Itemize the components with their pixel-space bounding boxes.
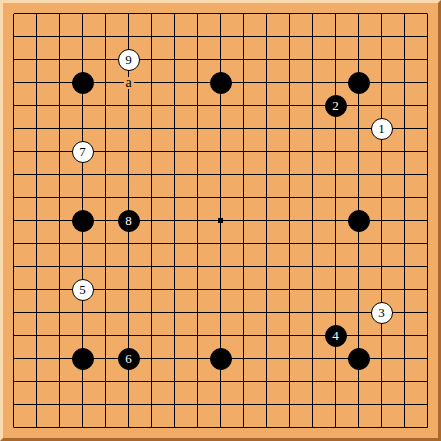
intersection-O4[interactable] (301, 347, 324, 370)
intersection-D5[interactable] (71, 324, 94, 347)
intersection-K8[interactable] (209, 255, 232, 278)
intersection-H19[interactable] (163, 2, 186, 25)
intersection-Q9[interactable] (347, 232, 370, 255)
intersection-Q16[interactable] (347, 71, 370, 94)
intersection-T2[interactable] (416, 393, 439, 416)
intersection-K11[interactable] (209, 186, 232, 209)
intersection-Q19[interactable] (347, 2, 370, 25)
intersection-L3[interactable] (232, 370, 255, 393)
intersection-O9[interactable] (301, 232, 324, 255)
intersection-L14[interactable] (232, 117, 255, 140)
intersection-G7[interactable] (140, 278, 163, 301)
intersection-G18[interactable] (140, 25, 163, 48)
intersection-E11[interactable] (94, 186, 117, 209)
intersection-F16[interactable]: a (117, 71, 140, 94)
intersection-M3[interactable] (255, 370, 278, 393)
intersection-J3[interactable] (186, 370, 209, 393)
intersection-Q14[interactable] (347, 117, 370, 140)
intersection-D4[interactable] (71, 347, 94, 370)
intersection-N17[interactable] (278, 48, 301, 71)
intersection-D18[interactable] (71, 25, 94, 48)
intersection-F14[interactable] (117, 117, 140, 140)
intersection-P17[interactable] (324, 48, 347, 71)
intersection-E5[interactable] (94, 324, 117, 347)
intersection-P16[interactable] (324, 71, 347, 94)
intersection-A4[interactable] (2, 347, 25, 370)
intersection-O11[interactable] (301, 186, 324, 209)
intersection-D16[interactable] (71, 71, 94, 94)
intersection-A17[interactable] (2, 48, 25, 71)
intersection-C3[interactable] (48, 370, 71, 393)
intersection-G8[interactable] (140, 255, 163, 278)
intersection-E14[interactable] (94, 117, 117, 140)
intersection-B9[interactable] (25, 232, 48, 255)
intersection-D1[interactable] (71, 416, 94, 439)
intersection-T1[interactable] (416, 416, 439, 439)
intersection-K1[interactable] (209, 416, 232, 439)
intersection-O3[interactable] (301, 370, 324, 393)
intersection-A3[interactable] (2, 370, 25, 393)
intersection-L4[interactable] (232, 347, 255, 370)
intersection-M10[interactable] (255, 209, 278, 232)
intersection-Q10[interactable] (347, 209, 370, 232)
intersection-O15[interactable] (301, 94, 324, 117)
intersection-A15[interactable] (2, 94, 25, 117)
intersection-R18[interactable] (370, 25, 393, 48)
intersection-P19[interactable] (324, 2, 347, 25)
intersection-S7[interactable] (393, 278, 416, 301)
intersection-O1[interactable] (301, 416, 324, 439)
intersection-N5[interactable] (278, 324, 301, 347)
intersection-C11[interactable] (48, 186, 71, 209)
intersection-M13[interactable] (255, 140, 278, 163)
intersection-P10[interactable] (324, 209, 347, 232)
intersection-F3[interactable] (117, 370, 140, 393)
intersection-E12[interactable] (94, 163, 117, 186)
intersection-M14[interactable] (255, 117, 278, 140)
intersection-C18[interactable] (48, 25, 71, 48)
intersection-A19[interactable] (2, 2, 25, 25)
intersection-G5[interactable] (140, 324, 163, 347)
intersection-P12[interactable] (324, 163, 347, 186)
intersection-C2[interactable] (48, 393, 71, 416)
intersection-R9[interactable] (370, 232, 393, 255)
intersection-R11[interactable] (370, 186, 393, 209)
intersection-G15[interactable] (140, 94, 163, 117)
intersection-H13[interactable] (163, 140, 186, 163)
intersection-L8[interactable] (232, 255, 255, 278)
intersection-C12[interactable] (48, 163, 71, 186)
intersection-G10[interactable] (140, 209, 163, 232)
intersection-P2[interactable] (324, 393, 347, 416)
intersection-C10[interactable] (48, 209, 71, 232)
intersection-F7[interactable] (117, 278, 140, 301)
intersection-H6[interactable] (163, 301, 186, 324)
intersection-M12[interactable] (255, 163, 278, 186)
intersection-P13[interactable] (324, 140, 347, 163)
intersection-L13[interactable] (232, 140, 255, 163)
intersection-T4[interactable] (416, 347, 439, 370)
intersection-D9[interactable] (71, 232, 94, 255)
intersection-K2[interactable] (209, 393, 232, 416)
intersection-F1[interactable] (117, 416, 140, 439)
intersection-R5[interactable] (370, 324, 393, 347)
intersection-G6[interactable] (140, 301, 163, 324)
intersection-Q6[interactable] (347, 301, 370, 324)
intersection-J16[interactable] (186, 71, 209, 94)
intersection-F18[interactable] (117, 25, 140, 48)
intersection-H8[interactable] (163, 255, 186, 278)
intersection-H18[interactable] (163, 25, 186, 48)
intersection-T14[interactable] (416, 117, 439, 140)
intersection-D8[interactable] (71, 255, 94, 278)
intersection-S19[interactable] (393, 2, 416, 25)
intersection-K10[interactable] (209, 209, 232, 232)
intersection-S10[interactable] (393, 209, 416, 232)
intersection-B18[interactable] (25, 25, 48, 48)
intersection-T16[interactable] (416, 71, 439, 94)
intersection-R7[interactable] (370, 278, 393, 301)
intersection-J9[interactable] (186, 232, 209, 255)
intersection-B13[interactable] (25, 140, 48, 163)
intersection-H1[interactable] (163, 416, 186, 439)
intersection-D7[interactable]: 5 (71, 278, 94, 301)
intersection-L1[interactable] (232, 416, 255, 439)
intersection-T8[interactable] (416, 255, 439, 278)
intersection-L12[interactable] (232, 163, 255, 186)
intersection-A1[interactable] (2, 416, 25, 439)
intersection-Q12[interactable] (347, 163, 370, 186)
intersection-S11[interactable] (393, 186, 416, 209)
intersection-H17[interactable] (163, 48, 186, 71)
intersection-E7[interactable] (94, 278, 117, 301)
intersection-R4[interactable] (370, 347, 393, 370)
intersection-E15[interactable] (94, 94, 117, 117)
intersection-P11[interactable] (324, 186, 347, 209)
intersection-J7[interactable] (186, 278, 209, 301)
intersection-M18[interactable] (255, 25, 278, 48)
intersection-F5[interactable] (117, 324, 140, 347)
intersection-S3[interactable] (393, 370, 416, 393)
intersection-N13[interactable] (278, 140, 301, 163)
intersection-D12[interactable] (71, 163, 94, 186)
intersection-H14[interactable] (163, 117, 186, 140)
intersection-N10[interactable] (278, 209, 301, 232)
intersection-O14[interactable] (301, 117, 324, 140)
intersection-C4[interactable] (48, 347, 71, 370)
intersection-P8[interactable] (324, 255, 347, 278)
intersection-K17[interactable] (209, 48, 232, 71)
intersection-E16[interactable] (94, 71, 117, 94)
intersection-J8[interactable] (186, 255, 209, 278)
intersection-T5[interactable] (416, 324, 439, 347)
intersection-P4[interactable] (324, 347, 347, 370)
intersection-B1[interactable] (25, 416, 48, 439)
intersection-M15[interactable] (255, 94, 278, 117)
intersection-R3[interactable] (370, 370, 393, 393)
intersection-N15[interactable] (278, 94, 301, 117)
intersection-O10[interactable] (301, 209, 324, 232)
intersection-G12[interactable] (140, 163, 163, 186)
intersection-A12[interactable] (2, 163, 25, 186)
intersection-A11[interactable] (2, 186, 25, 209)
intersection-H3[interactable] (163, 370, 186, 393)
intersection-E13[interactable] (94, 140, 117, 163)
intersection-G14[interactable] (140, 117, 163, 140)
intersection-E1[interactable] (94, 416, 117, 439)
intersection-G13[interactable] (140, 140, 163, 163)
intersection-J12[interactable] (186, 163, 209, 186)
intersection-R1[interactable] (370, 416, 393, 439)
intersection-F17[interactable]: 9 (117, 48, 140, 71)
intersection-S17[interactable] (393, 48, 416, 71)
intersection-F9[interactable] (117, 232, 140, 255)
intersection-R19[interactable] (370, 2, 393, 25)
intersection-M9[interactable] (255, 232, 278, 255)
intersection-A5[interactable] (2, 324, 25, 347)
intersection-R2[interactable] (370, 393, 393, 416)
intersection-H10[interactable] (163, 209, 186, 232)
intersection-S13[interactable] (393, 140, 416, 163)
intersection-O13[interactable] (301, 140, 324, 163)
intersection-G16[interactable] (140, 71, 163, 94)
intersection-S6[interactable] (393, 301, 416, 324)
intersection-K13[interactable] (209, 140, 232, 163)
intersection-B10[interactable] (25, 209, 48, 232)
intersection-L19[interactable] (232, 2, 255, 25)
intersection-H11[interactable] (163, 186, 186, 209)
intersection-N11[interactable] (278, 186, 301, 209)
intersection-L18[interactable] (232, 25, 255, 48)
intersection-K12[interactable] (209, 163, 232, 186)
intersection-Q4[interactable] (347, 347, 370, 370)
intersection-P6[interactable] (324, 301, 347, 324)
intersection-H5[interactable] (163, 324, 186, 347)
intersection-K9[interactable] (209, 232, 232, 255)
intersection-P9[interactable] (324, 232, 347, 255)
intersection-C14[interactable] (48, 117, 71, 140)
intersection-R6[interactable]: 3 (370, 301, 393, 324)
intersection-E3[interactable] (94, 370, 117, 393)
intersection-R13[interactable] (370, 140, 393, 163)
intersection-J2[interactable] (186, 393, 209, 416)
intersection-T18[interactable] (416, 25, 439, 48)
intersection-L7[interactable] (232, 278, 255, 301)
intersection-N7[interactable] (278, 278, 301, 301)
intersection-E9[interactable] (94, 232, 117, 255)
intersection-G4[interactable] (140, 347, 163, 370)
intersection-O18[interactable] (301, 25, 324, 48)
intersection-G19[interactable] (140, 2, 163, 25)
intersection-S5[interactable] (393, 324, 416, 347)
intersection-Q13[interactable] (347, 140, 370, 163)
intersection-K19[interactable] (209, 2, 232, 25)
intersection-B6[interactable] (25, 301, 48, 324)
intersection-B16[interactable] (25, 71, 48, 94)
intersection-N9[interactable] (278, 232, 301, 255)
intersection-S8[interactable] (393, 255, 416, 278)
intersection-Q18[interactable] (347, 25, 370, 48)
intersection-P14[interactable] (324, 117, 347, 140)
intersection-E19[interactable] (94, 2, 117, 25)
intersection-S1[interactable] (393, 416, 416, 439)
intersection-N12[interactable] (278, 163, 301, 186)
intersection-J10[interactable] (186, 209, 209, 232)
intersection-D17[interactable] (71, 48, 94, 71)
intersection-L16[interactable] (232, 71, 255, 94)
intersection-S18[interactable] (393, 25, 416, 48)
intersection-F11[interactable] (117, 186, 140, 209)
intersection-K5[interactable] (209, 324, 232, 347)
intersection-F12[interactable] (117, 163, 140, 186)
intersection-A2[interactable] (2, 393, 25, 416)
intersection-P15[interactable]: 2 (324, 94, 347, 117)
intersection-B5[interactable] (25, 324, 48, 347)
intersection-A8[interactable] (2, 255, 25, 278)
intersection-F8[interactable] (117, 255, 140, 278)
intersection-M11[interactable] (255, 186, 278, 209)
intersection-A16[interactable] (2, 71, 25, 94)
intersection-Q8[interactable] (347, 255, 370, 278)
intersection-C7[interactable] (48, 278, 71, 301)
intersection-O16[interactable] (301, 71, 324, 94)
intersection-G3[interactable] (140, 370, 163, 393)
intersection-M17[interactable] (255, 48, 278, 71)
intersection-J11[interactable] (186, 186, 209, 209)
intersection-N6[interactable] (278, 301, 301, 324)
intersection-D11[interactable] (71, 186, 94, 209)
intersection-J15[interactable] (186, 94, 209, 117)
intersection-T10[interactable] (416, 209, 439, 232)
intersection-B4[interactable] (25, 347, 48, 370)
intersection-K3[interactable] (209, 370, 232, 393)
intersection-S16[interactable] (393, 71, 416, 94)
intersection-N8[interactable] (278, 255, 301, 278)
intersection-K16[interactable] (209, 71, 232, 94)
intersection-C9[interactable] (48, 232, 71, 255)
intersection-P5[interactable]: 4 (324, 324, 347, 347)
intersection-G11[interactable] (140, 186, 163, 209)
intersection-F6[interactable] (117, 301, 140, 324)
intersection-M7[interactable] (255, 278, 278, 301)
intersection-F10[interactable]: 8 (117, 209, 140, 232)
intersection-E8[interactable] (94, 255, 117, 278)
intersection-B2[interactable] (25, 393, 48, 416)
intersection-L11[interactable] (232, 186, 255, 209)
intersection-M1[interactable] (255, 416, 278, 439)
intersection-R16[interactable] (370, 71, 393, 94)
intersection-J19[interactable] (186, 2, 209, 25)
intersection-F4[interactable]: 6 (117, 347, 140, 370)
intersection-S9[interactable] (393, 232, 416, 255)
intersection-M5[interactable] (255, 324, 278, 347)
intersection-E17[interactable] (94, 48, 117, 71)
intersection-Q3[interactable] (347, 370, 370, 393)
intersection-D10[interactable] (71, 209, 94, 232)
intersection-B17[interactable] (25, 48, 48, 71)
intersection-H15[interactable] (163, 94, 186, 117)
intersection-M6[interactable] (255, 301, 278, 324)
intersection-C6[interactable] (48, 301, 71, 324)
intersection-D19[interactable] (71, 2, 94, 25)
intersection-F15[interactable] (117, 94, 140, 117)
intersection-B7[interactable] (25, 278, 48, 301)
intersection-O17[interactable] (301, 48, 324, 71)
intersection-D6[interactable] (71, 301, 94, 324)
intersection-L17[interactable] (232, 48, 255, 71)
intersection-N4[interactable] (278, 347, 301, 370)
intersection-P18[interactable] (324, 25, 347, 48)
intersection-F2[interactable] (117, 393, 140, 416)
intersection-M4[interactable] (255, 347, 278, 370)
intersection-B11[interactable] (25, 186, 48, 209)
intersection-A9[interactable] (2, 232, 25, 255)
intersection-Q11[interactable] (347, 186, 370, 209)
intersection-T6[interactable] (416, 301, 439, 324)
intersection-C5[interactable] (48, 324, 71, 347)
intersection-G2[interactable] (140, 393, 163, 416)
intersection-A18[interactable] (2, 25, 25, 48)
intersection-K15[interactable] (209, 94, 232, 117)
intersection-Q2[interactable] (347, 393, 370, 416)
intersection-C1[interactable] (48, 416, 71, 439)
intersection-O2[interactable] (301, 393, 324, 416)
intersection-G1[interactable] (140, 416, 163, 439)
intersection-K14[interactable] (209, 117, 232, 140)
intersection-F13[interactable] (117, 140, 140, 163)
intersection-O12[interactable] (301, 163, 324, 186)
intersection-R12[interactable] (370, 163, 393, 186)
intersection-J18[interactable] (186, 25, 209, 48)
intersection-B3[interactable] (25, 370, 48, 393)
intersection-J13[interactable] (186, 140, 209, 163)
intersection-L2[interactable] (232, 393, 255, 416)
intersection-L10[interactable] (232, 209, 255, 232)
intersection-P3[interactable] (324, 370, 347, 393)
intersection-C16[interactable] (48, 71, 71, 94)
intersection-A7[interactable] (2, 278, 25, 301)
intersection-C19[interactable] (48, 2, 71, 25)
intersection-P7[interactable] (324, 278, 347, 301)
intersection-E18[interactable] (94, 25, 117, 48)
intersection-A14[interactable] (2, 117, 25, 140)
intersection-T17[interactable] (416, 48, 439, 71)
intersection-Q17[interactable] (347, 48, 370, 71)
intersection-E6[interactable] (94, 301, 117, 324)
intersection-K6[interactable] (209, 301, 232, 324)
intersection-H12[interactable] (163, 163, 186, 186)
intersection-A13[interactable] (2, 140, 25, 163)
intersection-S14[interactable] (393, 117, 416, 140)
intersection-C15[interactable] (48, 94, 71, 117)
intersection-J4[interactable] (186, 347, 209, 370)
intersection-L9[interactable] (232, 232, 255, 255)
intersection-T7[interactable] (416, 278, 439, 301)
intersection-O6[interactable] (301, 301, 324, 324)
intersection-N1[interactable] (278, 416, 301, 439)
intersection-Q7[interactable] (347, 278, 370, 301)
intersection-B14[interactable] (25, 117, 48, 140)
intersection-J6[interactable] (186, 301, 209, 324)
intersection-H16[interactable] (163, 71, 186, 94)
intersection-R10[interactable] (370, 209, 393, 232)
intersection-R8[interactable] (370, 255, 393, 278)
intersection-B19[interactable] (25, 2, 48, 25)
intersection-T13[interactable] (416, 140, 439, 163)
intersection-K18[interactable] (209, 25, 232, 48)
intersection-Q5[interactable] (347, 324, 370, 347)
intersection-E4[interactable] (94, 347, 117, 370)
